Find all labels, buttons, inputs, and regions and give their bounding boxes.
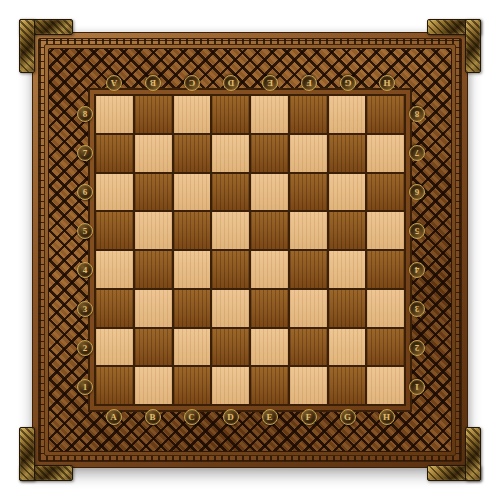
square-b7[interactable] [135, 135, 172, 172]
square-d7[interactable] [212, 135, 249, 172]
square-e6[interactable] [251, 174, 288, 211]
square-e8[interactable] [251, 96, 288, 133]
square-h8[interactable] [367, 96, 404, 133]
square-e4[interactable] [251, 251, 288, 288]
square-h3[interactable] [367, 290, 404, 327]
square-f5[interactable] [290, 212, 327, 249]
square-b4[interactable] [135, 251, 172, 288]
square-h4[interactable] [367, 251, 404, 288]
coordinate-label-left-8: 8 [77, 106, 93, 122]
square-h2[interactable] [367, 329, 404, 366]
square-c1[interactable] [174, 367, 211, 404]
square-g3[interactable] [329, 290, 366, 327]
square-c4[interactable] [174, 251, 211, 288]
coordinate-label-top-b: B [145, 75, 161, 91]
coordinate-label-right-7: 7 [409, 145, 425, 161]
ranks-right: 87654321 [408, 94, 426, 406]
square-e2[interactable] [251, 329, 288, 366]
square-b6[interactable] [135, 174, 172, 211]
square-b3[interactable] [135, 290, 172, 327]
square-d8[interactable] [212, 96, 249, 133]
square-c6[interactable] [174, 174, 211, 211]
square-f2[interactable] [290, 329, 327, 366]
square-f7[interactable] [290, 135, 327, 172]
square-a5[interactable] [96, 212, 133, 249]
coordinate-label-right-5: 5 [409, 223, 425, 239]
coordinate-label-left-6: 6 [77, 184, 93, 200]
square-f1[interactable] [290, 367, 327, 404]
square-a8[interactable] [96, 96, 133, 133]
coordinate-label-right-3: 3 [409, 301, 425, 317]
square-e1[interactable] [251, 367, 288, 404]
square-d2[interactable] [212, 329, 249, 366]
square-b8[interactable] [135, 96, 172, 133]
coordinate-label-right-2: 2 [409, 340, 425, 356]
square-h1[interactable] [367, 367, 404, 404]
square-g1[interactable] [329, 367, 366, 404]
square-a7[interactable] [96, 135, 133, 172]
coordinate-label-bottom-a: A [106, 409, 122, 425]
files-top: ABCDEFGH [94, 74, 406, 92]
coordinate-label-left-1: 1 [77, 379, 93, 395]
coordinate-label-right-6: 6 [409, 184, 425, 200]
square-c2[interactable] [174, 329, 211, 366]
square-g5[interactable] [329, 212, 366, 249]
square-g6[interactable] [329, 174, 366, 211]
square-g4[interactable] [329, 251, 366, 288]
coordinate-label-left-5: 5 [77, 223, 93, 239]
coordinate-label-top-e: E [262, 75, 278, 91]
coordinate-label-bottom-f: F [301, 409, 317, 425]
square-d4[interactable] [212, 251, 249, 288]
square-e3[interactable] [251, 290, 288, 327]
coordinate-label-top-g: G [340, 75, 356, 91]
square-d6[interactable] [212, 174, 249, 211]
square-d5[interactable] [212, 212, 249, 249]
chess-board-grid [94, 94, 406, 406]
coordinate-label-top-f: F [301, 75, 317, 91]
square-a4[interactable] [96, 251, 133, 288]
coordinate-label-top-h: H [379, 75, 395, 91]
square-e7[interactable] [251, 135, 288, 172]
square-f8[interactable] [290, 96, 327, 133]
coordinate-label-left-3: 3 [77, 301, 93, 317]
square-a1[interactable] [96, 367, 133, 404]
square-b2[interactable] [135, 329, 172, 366]
coordinate-label-bottom-b: B [145, 409, 161, 425]
square-c3[interactable] [174, 290, 211, 327]
coordinate-label-top-a: A [106, 75, 122, 91]
coordinate-label-top-d: D [223, 75, 239, 91]
square-f6[interactable] [290, 174, 327, 211]
square-h5[interactable] [367, 212, 404, 249]
square-e5[interactable] [251, 212, 288, 249]
square-a6[interactable] [96, 174, 133, 211]
square-a2[interactable] [96, 329, 133, 366]
square-g2[interactable] [329, 329, 366, 366]
square-h7[interactable] [367, 135, 404, 172]
coordinate-label-bottom-c: C [184, 409, 200, 425]
square-a3[interactable] [96, 290, 133, 327]
coordinate-label-right-4: 4 [409, 262, 425, 278]
square-b5[interactable] [135, 212, 172, 249]
coordinate-label-bottom-g: G [340, 409, 356, 425]
square-f3[interactable] [290, 290, 327, 327]
square-f4[interactable] [290, 251, 327, 288]
ranks-left: 87654321 [76, 94, 94, 406]
coordinate-label-left-2: 2 [77, 340, 93, 356]
coordinate-label-bottom-h: H [379, 409, 395, 425]
coordinate-label-bottom-d: D [223, 409, 239, 425]
coordinate-label-right-1: 1 [409, 379, 425, 395]
square-b1[interactable] [135, 367, 172, 404]
square-c7[interactable] [174, 135, 211, 172]
files-bottom: ABCDEFGH [94, 408, 406, 426]
square-c8[interactable] [174, 96, 211, 133]
coordinate-label-left-7: 7 [77, 145, 93, 161]
square-g8[interactable] [329, 96, 366, 133]
coordinate-label-bottom-e: E [262, 409, 278, 425]
square-h6[interactable] [367, 174, 404, 211]
square-c5[interactable] [174, 212, 211, 249]
coordinate-label-left-4: 4 [77, 262, 93, 278]
square-d1[interactable] [212, 367, 249, 404]
coordinate-label-right-8: 8 [409, 106, 425, 122]
coordinate-label-top-c: C [184, 75, 200, 91]
square-d3[interactable] [212, 290, 249, 327]
square-g7[interactable] [329, 135, 366, 172]
chess-board: ABCDEFGH ABCDEFGH 87654321 87654321 [32, 32, 468, 468]
